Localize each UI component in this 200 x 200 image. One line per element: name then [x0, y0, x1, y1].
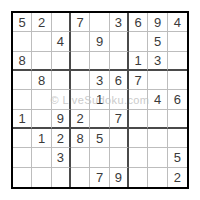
cell-r3c9[interactable]	[168, 52, 187, 71]
cell-r3c8[interactable]: 3	[148, 52, 167, 71]
cell-r5c7[interactable]	[129, 90, 148, 109]
cell-r6c7[interactable]	[129, 110, 148, 129]
cell-r6c2[interactable]	[32, 110, 51, 129]
cell-r7c9[interactable]	[168, 129, 187, 148]
cell-r2c2[interactable]	[32, 32, 51, 51]
cell-r3c5[interactable]	[90, 52, 109, 71]
cell-r7c3[interactable]: 2	[52, 129, 71, 148]
cell-r4c1[interactable]	[13, 71, 32, 90]
cell-r9c9[interactable]: 2	[168, 168, 187, 187]
cell-r8c6[interactable]	[110, 148, 129, 167]
cell-r8c3[interactable]: 3	[52, 148, 71, 167]
cell-r2c9[interactable]	[168, 32, 187, 51]
cell-r6c8[interactable]	[148, 110, 167, 129]
cell-r8c5[interactable]	[90, 148, 109, 167]
cell-r8c9[interactable]: 5	[168, 148, 187, 167]
cell-r7c1[interactable]	[13, 129, 32, 148]
cell-r9c6[interactable]: 9	[110, 168, 129, 187]
cell-r8c4[interactable]	[71, 148, 90, 167]
cell-r4c9[interactable]	[168, 71, 187, 90]
cell-r1c7[interactable]: 6	[129, 13, 148, 32]
cell-r3c3[interactable]	[52, 52, 71, 71]
cell-r5c1[interactable]	[13, 90, 32, 109]
cell-r7c5[interactable]: 5	[90, 129, 109, 148]
cell-r5c3[interactable]	[52, 90, 71, 109]
cell-r4c2[interactable]: 8	[32, 71, 51, 90]
cell-r4c5[interactable]: 3	[90, 71, 109, 90]
cell-r5c8[interactable]: 4	[148, 90, 167, 109]
cell-r8c2[interactable]	[32, 148, 51, 167]
cell-r7c8[interactable]	[148, 129, 167, 148]
cell-r6c6[interactable]: 7	[110, 110, 129, 129]
cell-r1c4[interactable]: 7	[71, 13, 90, 32]
cell-r9c3[interactable]	[52, 168, 71, 187]
sudoku-page: © LiveSudoku.com 52736944958138367146192…	[0, 0, 200, 200]
cell-r1c9[interactable]: 4	[168, 13, 187, 32]
cell-r4c6[interactable]: 6	[110, 71, 129, 90]
cell-r3c1[interactable]: 8	[13, 52, 32, 71]
cell-r9c7[interactable]	[129, 168, 148, 187]
cell-r9c2[interactable]	[32, 168, 51, 187]
cell-r2c7[interactable]	[129, 32, 148, 51]
cell-r7c7[interactable]	[129, 129, 148, 148]
cell-r1c8[interactable]: 9	[148, 13, 167, 32]
cell-r4c8[interactable]	[148, 71, 167, 90]
cell-r5c5[interactable]: 1	[90, 90, 109, 109]
cell-r5c2[interactable]	[32, 90, 51, 109]
cell-r2c6[interactable]	[110, 32, 129, 51]
cell-r3c6[interactable]	[110, 52, 129, 71]
cell-r5c4[interactable]	[71, 90, 90, 109]
cell-r8c8[interactable]	[148, 148, 167, 167]
cell-r6c9[interactable]	[168, 110, 187, 129]
cell-r1c3[interactable]	[52, 13, 71, 32]
cell-r2c8[interactable]: 5	[148, 32, 167, 51]
cell-r9c4[interactable]	[71, 168, 90, 187]
cell-r9c5[interactable]: 7	[90, 168, 109, 187]
cell-r7c4[interactable]: 8	[71, 129, 90, 148]
cell-r9c8[interactable]	[148, 168, 167, 187]
cell-r6c4[interactable]: 2	[71, 110, 90, 129]
cell-r1c5[interactable]	[90, 13, 109, 32]
cell-r8c1[interactable]	[13, 148, 32, 167]
cell-r2c5[interactable]: 9	[90, 32, 109, 51]
cell-r1c2[interactable]: 2	[32, 13, 51, 32]
cell-r5c6[interactable]	[110, 90, 129, 109]
cell-r4c7[interactable]: 7	[129, 71, 148, 90]
cell-r5c9[interactable]: 6	[168, 90, 187, 109]
cell-r3c7[interactable]: 1	[129, 52, 148, 71]
cell-r8c7[interactable]	[129, 148, 148, 167]
cell-r2c4[interactable]	[71, 32, 90, 51]
cell-r2c3[interactable]: 4	[52, 32, 71, 51]
cell-r6c3[interactable]: 9	[52, 110, 71, 129]
cell-r1c6[interactable]: 3	[110, 13, 129, 32]
cell-r3c2[interactable]	[32, 52, 51, 71]
cell-r6c1[interactable]: 1	[13, 110, 32, 129]
cell-r4c3[interactable]	[52, 71, 71, 90]
cell-r4c4[interactable]	[71, 71, 90, 90]
sudoku-board: 527369449581383671461927128535792	[11, 11, 189, 189]
cell-r2c1[interactable]	[13, 32, 32, 51]
cell-r3c4[interactable]	[71, 52, 90, 71]
cell-r1c1[interactable]: 5	[13, 13, 32, 32]
cell-r6c5[interactable]	[90, 110, 109, 129]
cell-r7c2[interactable]: 1	[32, 129, 51, 148]
cell-r7c6[interactable]	[110, 129, 129, 148]
cell-r9c1[interactable]	[13, 168, 32, 187]
